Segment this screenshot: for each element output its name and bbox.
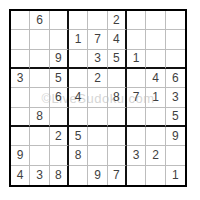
- cell-r9c8[interactable]: [146, 166, 165, 185]
- cell-r8c9[interactable]: [166, 146, 185, 165]
- cell-r6c8[interactable]: [146, 108, 165, 127]
- cell-r7c3[interactable]: 2: [50, 127, 69, 146]
- cell-r7c8[interactable]: [146, 127, 165, 146]
- cell-r1c5[interactable]: [88, 11, 107, 30]
- cell-r5c2[interactable]: [30, 88, 49, 107]
- cell-r4c5[interactable]: 2: [88, 69, 107, 88]
- cell-r1c6[interactable]: 2: [108, 11, 127, 30]
- cell-r3c5[interactable]: 3: [88, 50, 107, 69]
- cell-r5c4[interactable]: 4: [69, 88, 88, 107]
- cell-r6c1[interactable]: [11, 108, 30, 127]
- cell-r8c8[interactable]: 2: [146, 146, 165, 165]
- cell-r5c7[interactable]: 7: [127, 88, 146, 107]
- cell-r8c4[interactable]: 8: [69, 146, 88, 165]
- sudoku-board: ©LiveSudoku.com 621749351352466487138525…: [9, 9, 187, 187]
- cell-r5c9[interactable]: 3: [166, 88, 185, 107]
- cell-r2c2[interactable]: [30, 30, 49, 49]
- cell-r3c3[interactable]: 9: [50, 50, 69, 69]
- cell-r2c4[interactable]: 1: [69, 30, 88, 49]
- cell-r6c9[interactable]: 5: [166, 108, 185, 127]
- cell-r8c3[interactable]: [50, 146, 69, 165]
- cell-r7c1[interactable]: [11, 127, 30, 146]
- cell-r7c5[interactable]: [88, 127, 107, 146]
- cell-r5c6[interactable]: 8: [108, 88, 127, 107]
- cell-r8c2[interactable]: [30, 146, 49, 165]
- cell-r1c2[interactable]: 6: [30, 11, 49, 30]
- cell-r2c6[interactable]: 4: [108, 30, 127, 49]
- cell-r1c3[interactable]: [50, 11, 69, 30]
- cell-r7c7[interactable]: [127, 127, 146, 146]
- cell-r3c8[interactable]: [146, 50, 165, 69]
- cell-r5c5[interactable]: [88, 88, 107, 107]
- cell-r9c9[interactable]: 1: [166, 166, 185, 185]
- cell-r1c7[interactable]: [127, 11, 146, 30]
- cell-r1c1[interactable]: [11, 11, 30, 30]
- cell-r2c7[interactable]: [127, 30, 146, 49]
- cell-r9c3[interactable]: 8: [50, 166, 69, 185]
- cell-r6c3[interactable]: [50, 108, 69, 127]
- cell-r1c8[interactable]: [146, 11, 165, 30]
- cell-r6c2[interactable]: 8: [30, 108, 49, 127]
- cell-r7c9[interactable]: 9: [166, 127, 185, 146]
- cell-r2c9[interactable]: [166, 30, 185, 49]
- cell-r4c9[interactable]: 6: [166, 69, 185, 88]
- cell-r5c1[interactable]: [11, 88, 30, 107]
- cell-r9c6[interactable]: 7: [108, 166, 127, 185]
- cell-r8c7[interactable]: 3: [127, 146, 146, 165]
- cell-r8c5[interactable]: [88, 146, 107, 165]
- cell-r9c4[interactable]: [69, 166, 88, 185]
- cell-r2c8[interactable]: [146, 30, 165, 49]
- cell-r4c8[interactable]: 4: [146, 69, 165, 88]
- cell-r3c4[interactable]: [69, 50, 88, 69]
- cell-r9c5[interactable]: 9: [88, 166, 107, 185]
- cell-r5c8[interactable]: 1: [146, 88, 165, 107]
- cell-r2c1[interactable]: [11, 30, 30, 49]
- cell-r5c3[interactable]: 6: [50, 88, 69, 107]
- cell-r7c2[interactable]: [30, 127, 49, 146]
- cell-r3c6[interactable]: 5: [108, 50, 127, 69]
- cell-r9c1[interactable]: 4: [11, 166, 30, 185]
- cell-r4c6[interactable]: [108, 69, 127, 88]
- cell-r4c3[interactable]: 5: [50, 69, 69, 88]
- cell-r8c1[interactable]: 9: [11, 146, 30, 165]
- cell-r4c4[interactable]: [69, 69, 88, 88]
- cell-r4c1[interactable]: 3: [11, 69, 30, 88]
- cell-r7c4[interactable]: 5: [69, 127, 88, 146]
- cell-r8c6[interactable]: [108, 146, 127, 165]
- cell-r3c1[interactable]: [11, 50, 30, 69]
- cell-r6c6[interactable]: [108, 108, 127, 127]
- cell-r9c2[interactable]: 3: [30, 166, 49, 185]
- cell-r4c2[interactable]: [30, 69, 49, 88]
- cell-r6c4[interactable]: [69, 108, 88, 127]
- cell-r1c4[interactable]: [69, 11, 88, 30]
- sudoku-grid: 62174935135246648713852599832438971: [11, 11, 185, 185]
- cell-r7c6[interactable]: [108, 127, 127, 146]
- cell-r3c9[interactable]: [166, 50, 185, 69]
- cell-r2c3[interactable]: [50, 30, 69, 49]
- cell-r3c2[interactable]: [30, 50, 49, 69]
- cell-r9c7[interactable]: [127, 166, 146, 185]
- cell-r6c7[interactable]: [127, 108, 146, 127]
- cell-r6c5[interactable]: [88, 108, 107, 127]
- cell-r4c7[interactable]: [127, 69, 146, 88]
- cell-r3c7[interactable]: 1: [127, 50, 146, 69]
- cell-r2c5[interactable]: 7: [88, 30, 107, 49]
- cell-r1c9[interactable]: [166, 11, 185, 30]
